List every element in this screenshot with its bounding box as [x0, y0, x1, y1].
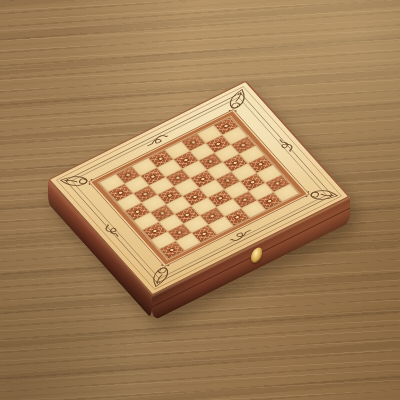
- box-lid-board-surface: [48, 80, 350, 295]
- brass-latch-icon: [251, 245, 262, 265]
- chess-box: [0, 0, 400, 400]
- table-surface: [0, 0, 400, 400]
